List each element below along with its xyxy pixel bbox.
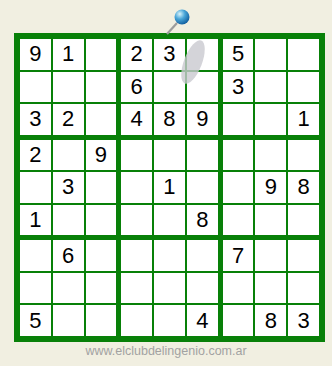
block-2-2: 18 [121, 140, 217, 236]
cell-r8c4[interactable] [121, 273, 152, 304]
cell-r6c3[interactable] [86, 205, 117, 236]
cell-r5c9[interactable]: 8 [288, 172, 319, 203]
cell-r8c5[interactable] [154, 273, 185, 304]
cell-r8c8[interactable] [255, 273, 286, 304]
cell-r7c9[interactable] [288, 240, 319, 271]
cell-r1c8[interactable] [255, 39, 286, 70]
cell-r9c4[interactable] [121, 305, 152, 336]
cell-r8c2[interactable] [53, 273, 84, 304]
cell-r2c7[interactable]: 3 [223, 72, 254, 103]
cell-r6c8[interactable] [255, 205, 286, 236]
cell-r2c9[interactable] [288, 72, 319, 103]
cell-r5c6[interactable] [187, 172, 218, 203]
cell-r1c2[interactable]: 1 [53, 39, 84, 70]
cell-r6c1[interactable]: 1 [20, 205, 51, 236]
cell-r1c6[interactable] [187, 39, 218, 70]
cell-r7c6[interactable] [187, 240, 218, 271]
cell-r3c2[interactable]: 2 [53, 104, 84, 135]
cell-r1c3[interactable] [86, 39, 117, 70]
cell-r9c2[interactable] [53, 305, 84, 336]
cell-r1c9[interactable] [288, 39, 319, 70]
block-3-3: 783 [223, 240, 319, 336]
cell-r4c8[interactable] [255, 140, 286, 171]
block-3-2: 4 [121, 240, 217, 336]
cell-r6c4[interactable] [121, 205, 152, 236]
cell-r2c2[interactable] [53, 72, 84, 103]
block-2-3: 98 [223, 140, 319, 236]
cell-r3c4[interactable]: 4 [121, 104, 152, 135]
puzzle-page: 913223648953129311898654783 www.elclubde… [0, 0, 332, 366]
block-1-2: 236489 [121, 39, 217, 135]
cell-r7c4[interactable] [121, 240, 152, 271]
cell-r8c9[interactable] [288, 273, 319, 304]
cell-r1c1[interactable]: 9 [20, 39, 51, 70]
cell-r8c6[interactable] [187, 273, 218, 304]
sudoku-board: 913223648953129311898654783 [14, 33, 325, 342]
cell-r5c8[interactable]: 9 [255, 172, 286, 203]
cell-r3c1[interactable]: 3 [20, 104, 51, 135]
cell-r4c7[interactable] [223, 140, 254, 171]
cell-r1c5[interactable]: 3 [154, 39, 185, 70]
cell-r4c6[interactable] [187, 140, 218, 171]
cell-r6c2[interactable] [53, 205, 84, 236]
cell-r9c1[interactable]: 5 [20, 305, 51, 336]
cell-r5c7[interactable] [223, 172, 254, 203]
cell-r6c7[interactable] [223, 205, 254, 236]
cell-r5c3[interactable] [86, 172, 117, 203]
cell-r9c7[interactable] [223, 305, 254, 336]
cell-r7c2[interactable]: 6 [53, 240, 84, 271]
cell-r2c4[interactable]: 6 [121, 72, 152, 103]
cell-r6c9[interactable] [288, 205, 319, 236]
cell-r9c5[interactable] [154, 305, 185, 336]
cell-r9c3[interactable] [86, 305, 117, 336]
cell-r3c3[interactable] [86, 104, 117, 135]
cell-r2c8[interactable] [255, 72, 286, 103]
cell-r5c1[interactable] [20, 172, 51, 203]
cell-r4c9[interactable] [288, 140, 319, 171]
cell-r2c6[interactable] [187, 72, 218, 103]
cell-r7c7[interactable]: 7 [223, 240, 254, 271]
cell-r3c5[interactable]: 8 [154, 104, 185, 135]
pin-head-icon [175, 10, 190, 25]
cell-r3c8[interactable] [255, 104, 286, 135]
cell-r9c6[interactable]: 4 [187, 305, 218, 336]
cell-r8c7[interactable] [223, 273, 254, 304]
cell-r8c1[interactable] [20, 273, 51, 304]
cell-r7c8[interactable] [255, 240, 286, 271]
cell-r7c3[interactable] [86, 240, 117, 271]
cell-r5c5[interactable]: 1 [154, 172, 185, 203]
cell-r2c3[interactable] [86, 72, 117, 103]
cell-r8c3[interactable] [86, 273, 117, 304]
cell-r4c4[interactable] [121, 140, 152, 171]
cell-r5c2[interactable]: 3 [53, 172, 84, 203]
cell-r1c7[interactable]: 5 [223, 39, 254, 70]
cell-r9c9[interactable]: 3 [288, 305, 319, 336]
cell-r4c2[interactable] [53, 140, 84, 171]
cell-r2c5[interactable] [154, 72, 185, 103]
block-2-1: 2931 [20, 140, 116, 236]
cell-r6c5[interactable] [154, 205, 185, 236]
cell-r4c3[interactable]: 9 [86, 140, 117, 171]
cell-r5c4[interactable] [121, 172, 152, 203]
block-1-3: 531 [223, 39, 319, 135]
block-3-1: 65 [20, 240, 116, 336]
cell-r2c1[interactable] [20, 72, 51, 103]
cell-r7c5[interactable] [154, 240, 185, 271]
cell-r3c6[interactable]: 9 [187, 104, 218, 135]
cell-r6c6[interactable]: 8 [187, 205, 218, 236]
cell-r4c1[interactable]: 2 [20, 140, 51, 171]
cell-r1c4[interactable]: 2 [121, 39, 152, 70]
cell-r3c7[interactable] [223, 104, 254, 135]
cell-r9c8[interactable]: 8 [255, 305, 286, 336]
cell-r7c1[interactable] [20, 240, 51, 271]
block-1-1: 9132 [20, 39, 116, 135]
cell-r3c9[interactable]: 1 [288, 104, 319, 135]
watermark-url: www.elclubdelingenio.com.ar [0, 344, 332, 358]
cell-r4c5[interactable] [154, 140, 185, 171]
